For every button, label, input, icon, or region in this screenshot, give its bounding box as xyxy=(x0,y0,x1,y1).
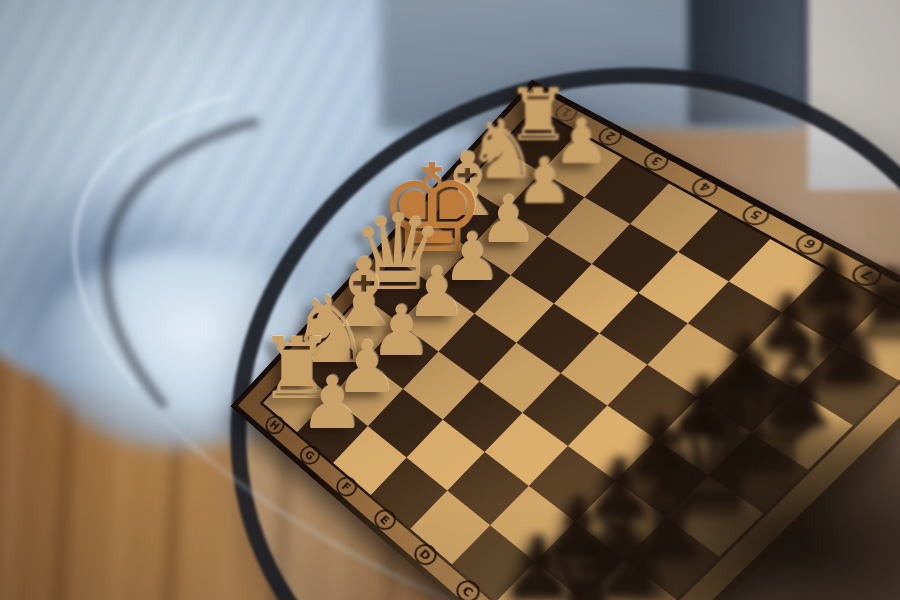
table-base-shadow xyxy=(590,420,900,600)
photo-scene: HGFEDCBA12345678 ♜♞♝♚♛♝♞♜♟♟♟♟♟♟♟♟♟♟♟♟♟♟♟… xyxy=(0,0,900,600)
